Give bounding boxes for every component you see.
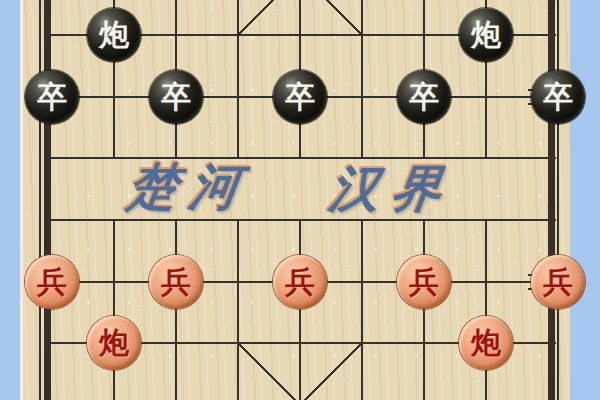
piece-red-soldier[interactable]: 兵 [149,255,203,309]
piece-character: 兵 [409,267,439,297]
river-label-chu-he: 楚河 [124,162,255,212]
piece-red-cannon[interactable]: 炮 [87,316,141,370]
piece-character: 卒 [543,82,573,112]
piece-red-cannon[interactable]: 炮 [459,316,513,370]
piece-black-cannon[interactable]: 炮 [87,8,141,62]
piece-character: 卒 [37,82,67,112]
piece-character: 卒 [161,82,191,112]
piece-black-soldier[interactable]: 卒 [531,70,585,124]
piece-character: 兵 [285,267,315,297]
piece-character: 炮 [471,328,501,358]
piece-character: 卒 [285,82,315,112]
piece-red-soldier[interactable]: 兵 [25,255,79,309]
piece-black-cannon[interactable]: 炮 [459,8,513,62]
piece-red-soldier[interactable]: 兵 [273,255,327,309]
piece-red-soldier[interactable]: 兵 [397,255,451,309]
piece-character: 炮 [471,20,501,50]
piece-black-soldier[interactable]: 卒 [25,70,79,124]
piece-character: 炮 [99,20,129,50]
xiangqi-board[interactable]: 楚河 汉界 炮炮卒卒卒卒卒兵兵兵兵兵炮炮 [0,0,600,400]
piece-red-soldier[interactable]: 兵 [531,255,585,309]
piece-character: 卒 [409,82,439,112]
river-label-han-jie: 汉界 [326,164,457,214]
piece-character: 兵 [161,267,191,297]
piece-character: 炮 [99,328,129,358]
piece-character: 兵 [37,267,67,297]
piece-character: 兵 [543,267,573,297]
piece-black-soldier[interactable]: 卒 [397,70,451,124]
piece-black-soldier[interactable]: 卒 [273,70,327,124]
piece-black-soldier[interactable]: 卒 [149,70,203,124]
